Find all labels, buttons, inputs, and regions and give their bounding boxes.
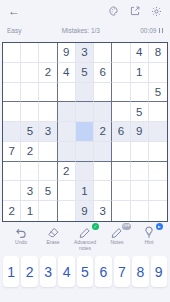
cell-r1c2[interactable] <box>21 43 39 63</box>
cell-r5c1[interactable] <box>3 122 21 142</box>
play-icon <box>158 226 161 228</box>
cell-r6c7[interactable] <box>112 142 130 162</box>
timer-value: 00:09 <box>140 27 156 34</box>
cell-r6c6[interactable] <box>94 142 112 162</box>
cell-r7c7[interactable] <box>112 162 130 182</box>
numpad-2[interactable]: 2 <box>21 256 37 287</box>
cell-r3c1[interactable] <box>3 83 21 103</box>
cell-r7c1[interactable] <box>3 162 21 182</box>
cell-r4c4[interactable] <box>58 102 76 122</box>
cell-r7c9[interactable] <box>149 162 167 182</box>
back-button[interactable]: ← <box>8 5 20 17</box>
notes-label: Notes <box>110 239 123 245</box>
cell-r1c3[interactable] <box>39 43 57 63</box>
cell-r5c4[interactable] <box>58 122 76 142</box>
cell-r5c2[interactable]: 5 <box>21 122 39 142</box>
cell-r2c9[interactable] <box>149 63 167 83</box>
numpad-6[interactable]: 6 <box>95 256 111 287</box>
cell-r5c7[interactable]: 6 <box>112 122 130 142</box>
cell-r1c8[interactable]: 4 <box>131 43 149 63</box>
mistakes-counter: Mistakes: 1/3 <box>62 27 100 34</box>
cell-r8c8[interactable] <box>131 181 149 201</box>
cell-r2c5[interactable]: 5 <box>76 63 94 83</box>
cell-r9c8[interactable] <box>131 201 149 221</box>
pencil-icon <box>111 226 123 238</box>
notes-button[interactable]: OFF Notes <box>102 226 132 251</box>
cell-r4c6[interactable] <box>94 102 112 122</box>
cell-r9c6[interactable]: 3 <box>94 201 112 221</box>
cell-r3c9[interactable]: 5 <box>149 83 167 103</box>
advanced-notes-label: Advanced notes <box>70 239 100 251</box>
cell-r6c8[interactable] <box>131 142 149 162</box>
difficulty-label: Easy <box>7 27 21 34</box>
palette-icon[interactable] <box>109 6 119 16</box>
cell-r4c9[interactable] <box>149 102 167 122</box>
numpad-5[interactable]: 5 <box>77 256 93 287</box>
eraser-icon <box>47 226 59 238</box>
cell-r2c6[interactable]: 6 <box>94 63 112 83</box>
numpad-7[interactable]: 7 <box>114 256 130 287</box>
cell-r7c6[interactable] <box>94 162 112 182</box>
numpad-1[interactable]: 1 <box>3 256 19 287</box>
cell-r7c4[interactable]: 2 <box>58 162 76 182</box>
cell-r1c4[interactable]: 9 <box>58 43 76 63</box>
cell-r8c4[interactable] <box>58 181 76 201</box>
cell-r3c5[interactable] <box>76 83 94 103</box>
cell-r5c9[interactable] <box>149 122 167 142</box>
cell-r8c5[interactable]: 1 <box>76 181 94 201</box>
cell-r4c8[interactable]: 5 <box>131 102 149 122</box>
erase-button[interactable]: Erase <box>38 226 68 251</box>
cell-r2c7[interactable] <box>112 63 130 83</box>
cell-r7c8[interactable] <box>131 162 149 182</box>
cell-r2c1[interactable] <box>3 63 21 83</box>
cell-r9c9[interactable] <box>149 201 167 221</box>
cell-r8c6[interactable] <box>94 181 112 201</box>
lightbulb-icon <box>144 226 154 238</box>
undo-icon <box>15 226 27 238</box>
cell-r7c2[interactable] <box>21 162 39 182</box>
cell-r4c5[interactable] <box>76 102 94 122</box>
cell-r1c6[interactable] <box>94 43 112 63</box>
sudoku-board: 93482456155532697223512193 <box>2 42 168 222</box>
cell-r5c3[interactable]: 3 <box>39 122 57 142</box>
cell-r6c1[interactable]: 7 <box>3 142 21 162</box>
cell-r3c3[interactable] <box>39 83 57 103</box>
cell-r4c2[interactable] <box>21 102 39 122</box>
cell-r7c5[interactable] <box>76 162 94 182</box>
cell-r9c4[interactable] <box>58 201 76 221</box>
hint-button[interactable]: Hint <box>134 226 164 251</box>
numpad-4[interactable]: 4 <box>58 256 74 287</box>
cell-r9c7[interactable] <box>112 201 130 221</box>
top-icons <box>109 6 162 17</box>
advanced-notes-on-badge: ✓ <box>92 223 99 230</box>
cell-r6c5[interactable] <box>76 142 94 162</box>
cell-r9c3[interactable] <box>39 201 57 221</box>
undo-label: Undo <box>15 239 27 245</box>
numpad-9[interactable]: 9 <box>151 256 167 287</box>
pencil-icon <box>79 226 91 238</box>
cell-r4c3[interactable] <box>39 102 57 122</box>
cell-r1c1[interactable] <box>3 43 21 63</box>
cell-r8c7[interactable] <box>112 181 130 201</box>
cell-r9c1[interactable]: 2 <box>3 201 21 221</box>
cell-r8c3[interactable]: 5 <box>39 181 57 201</box>
cell-r1c7[interactable] <box>112 43 130 63</box>
cell-r5c8[interactable]: 9 <box>131 122 149 142</box>
new-game-icon[interactable] <box>130 6 140 16</box>
cell-r3c4[interactable] <box>58 83 76 103</box>
cell-r7c3[interactable] <box>39 162 57 182</box>
hint-label: Hint <box>145 239 154 245</box>
cell-r5c5[interactable] <box>76 122 94 142</box>
status-row: Easy Mistakes: 1/3 00:09 <box>0 22 170 38</box>
cell-r3c6[interactable] <box>94 83 112 103</box>
cell-r6c9[interactable] <box>149 142 167 162</box>
pause-button[interactable] <box>159 28 164 33</box>
erase-label: Erase <box>46 239 59 245</box>
cell-r9c5[interactable]: 9 <box>76 201 94 221</box>
cell-r2c8[interactable]: 1 <box>131 63 149 83</box>
cell-r6c3[interactable] <box>39 142 57 162</box>
cell-r8c2[interactable]: 3 <box>21 181 39 201</box>
cell-r9c2[interactable]: 1 <box>21 201 39 221</box>
cell-r3c8[interactable] <box>131 83 149 103</box>
undo-button[interactable]: Undo <box>6 226 36 251</box>
toolbar: Undo Erase ✓ Advanced notes OFF Notes <box>0 226 170 251</box>
cell-r4c7[interactable] <box>112 102 130 122</box>
cell-r3c7[interactable] <box>112 83 130 103</box>
cell-r3c2[interactable] <box>21 83 39 103</box>
cell-r4c1[interactable] <box>3 102 21 122</box>
settings-icon[interactable] <box>151 6 162 17</box>
cell-r1c5[interactable]: 3 <box>76 43 94 63</box>
cell-r8c9[interactable] <box>149 181 167 201</box>
hint-ad-badge <box>156 223 163 230</box>
top-app-bar: ← <box>0 0 170 22</box>
cell-r1c9[interactable]: 8 <box>149 43 167 63</box>
cell-r2c4[interactable]: 4 <box>58 63 76 83</box>
cell-r2c3[interactable]: 2 <box>39 63 57 83</box>
numpad-3[interactable]: 3 <box>40 256 56 287</box>
cell-r2c2[interactable] <box>21 63 39 83</box>
advanced-notes-button[interactable]: ✓ Advanced notes <box>70 226 100 251</box>
cell-r8c1[interactable] <box>3 181 21 201</box>
cell-r5c6[interactable]: 2 <box>94 122 112 142</box>
cell-r6c2[interactable]: 2 <box>21 142 39 162</box>
number-pad: 123456789 <box>3 256 167 287</box>
notes-off-badge: OFF <box>122 223 131 230</box>
cell-r6c4[interactable] <box>58 142 76 162</box>
numpad-8[interactable]: 8 <box>132 256 148 287</box>
